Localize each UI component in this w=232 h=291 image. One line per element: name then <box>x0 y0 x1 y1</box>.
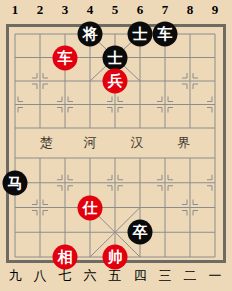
river-char-1: 楚 <box>40 134 53 152</box>
black-soldier-piece[interactable]: 卒 <box>128 220 153 245</box>
red-elephant-piece[interactable]: 相 <box>53 245 78 270</box>
xiangqi-board: 123456789 楚河汉界 将士车车士兵马仕卒相帅 九八七六五四三二一 <box>0 0 232 291</box>
file-label-top-7: 7 <box>162 2 169 18</box>
file-label-bottom-1: 九 <box>9 267 22 285</box>
red-soldier-piece[interactable]: 兵 <box>103 69 128 94</box>
black-chariot-piece[interactable]: 车 <box>153 22 178 47</box>
red-chariot-piece[interactable]: 车 <box>53 45 78 70</box>
black-horse-piece[interactable]: 马 <box>3 170 28 195</box>
river-char-4: 界 <box>178 134 191 152</box>
black-advisor-a-piece[interactable]: 士 <box>128 22 153 47</box>
red-general-piece[interactable]: 帅 <box>103 245 128 270</box>
file-label-bottom-7: 三 <box>159 267 172 285</box>
file-label-bottom-4: 六 <box>84 267 97 285</box>
file-label-bottom-5: 五 <box>109 267 122 285</box>
file-label-bottom-2: 八 <box>34 267 47 285</box>
file-label-top-2: 2 <box>37 2 44 18</box>
file-label-bottom-3: 七 <box>59 267 72 285</box>
file-label-bottom-6: 四 <box>134 267 147 285</box>
file-label-top-1: 1 <box>12 2 19 18</box>
river-char-3: 汉 <box>131 134 144 152</box>
file-label-top-9: 9 <box>212 2 219 18</box>
file-label-top-8: 8 <box>187 2 194 18</box>
file-label-bottom-8: 二 <box>184 267 197 285</box>
file-label-top-6: 6 <box>137 2 144 18</box>
file-label-bottom-9: 一 <box>209 267 222 285</box>
file-label-top-3: 3 <box>62 2 69 18</box>
black-advisor-b-piece[interactable]: 士 <box>103 45 128 70</box>
file-label-top-5: 5 <box>112 2 119 18</box>
file-label-top-4: 4 <box>87 2 94 18</box>
red-advisor-piece[interactable]: 仕 <box>78 195 103 220</box>
river-char-2: 河 <box>84 134 97 152</box>
black-general-piece[interactable]: 将 <box>78 22 103 47</box>
